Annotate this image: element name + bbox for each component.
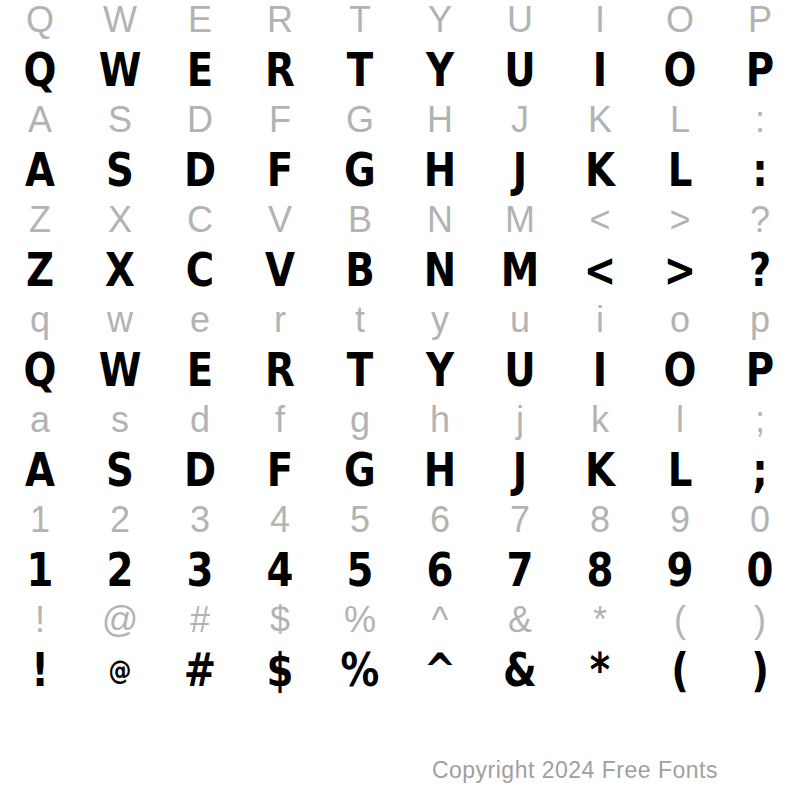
reference-char: Q: [0, 0, 80, 40]
reference-char: 2: [80, 500, 160, 540]
reference-char: 4: [240, 500, 320, 540]
reference-char: #: [160, 600, 240, 640]
sample-char: &: [485, 639, 555, 701]
reference-char: u: [480, 300, 560, 340]
reference-char: :: [720, 100, 800, 140]
sample-char: 9: [645, 539, 715, 601]
sample-char: Z: [5, 239, 75, 301]
sample-char: $: [245, 639, 315, 701]
sample-char: Y: [405, 39, 475, 101]
sample-char: F: [245, 439, 315, 501]
reference-char: E: [160, 0, 240, 40]
sample-char: H: [405, 439, 475, 501]
reference-char: ^: [400, 600, 480, 640]
reference-char: 8: [560, 500, 640, 540]
sample-char: (: [645, 639, 715, 701]
reference-char: 7: [480, 500, 560, 540]
sample-char: J: [485, 139, 555, 201]
reference-char: j: [480, 400, 560, 440]
reference-char: B: [320, 200, 400, 240]
reference-char: Y: [400, 0, 480, 40]
sample-char: M: [485, 239, 555, 301]
sample-char: 7: [485, 539, 555, 601]
sample-char: D: [165, 439, 235, 501]
sample-char: H: [405, 139, 475, 201]
reference-char: %: [320, 600, 400, 640]
sample-char: R: [245, 339, 315, 401]
reference-char: A: [0, 100, 80, 140]
sample-char: Y: [405, 339, 475, 401]
sample-char: P: [725, 39, 795, 101]
sample-char: T: [325, 39, 395, 101]
sample-char: 4: [245, 539, 315, 601]
reference-char: 9: [640, 500, 720, 540]
sample-char: O: [645, 39, 715, 101]
reference-char: p: [720, 300, 800, 340]
sample-char: P: [725, 339, 795, 401]
reference-char: F: [240, 100, 320, 140]
reference-char: T: [320, 0, 400, 40]
reference-char: K: [560, 100, 640, 140]
sample-char: I: [565, 39, 635, 101]
reference-char: w: [80, 300, 160, 340]
copyright-text: Copyright 2024 Free Fonts: [432, 757, 718, 784]
sample-char: R: [245, 39, 315, 101]
reference-char: L: [640, 100, 720, 140]
reference-char: (: [640, 600, 720, 640]
reference-char: J: [480, 100, 560, 140]
sample-char: !: [5, 639, 75, 701]
reference-char: $: [240, 600, 320, 640]
sample-char: E: [165, 39, 235, 101]
reference-char: 6: [400, 500, 480, 540]
sample-char: ?: [725, 239, 795, 301]
reference-char: W: [80, 0, 160, 40]
sample-char: Q: [5, 339, 75, 401]
sample-char: T: [325, 339, 395, 401]
reference-char: r: [240, 300, 320, 340]
reference-char: !: [0, 600, 80, 640]
sample-char: #: [165, 639, 235, 701]
reference-char: G: [320, 100, 400, 140]
sample-char: K: [565, 139, 635, 201]
sample-char: K: [565, 439, 635, 501]
sample-char: S: [85, 139, 155, 201]
sample-char: :: [725, 139, 795, 201]
sample-char: A: [5, 139, 75, 201]
reference-char: q: [0, 300, 80, 340]
reference-char: k: [560, 400, 640, 440]
sample-char: 2: [85, 539, 155, 601]
reference-char: a: [0, 400, 80, 440]
sample-char: 6: [405, 539, 475, 601]
sample-char: 1: [5, 539, 75, 601]
reference-char: X: [80, 200, 160, 240]
reference-char: N: [400, 200, 480, 240]
sample-char: S: [85, 439, 155, 501]
sample-char: <: [565, 239, 635, 301]
reference-char: C: [160, 200, 240, 240]
sample-char: L: [645, 139, 715, 201]
reference-char: d: [160, 400, 240, 440]
sample-char: G: [325, 139, 395, 201]
reference-char: S: [80, 100, 160, 140]
reference-char: t: [320, 300, 400, 340]
reference-char: 5: [320, 500, 400, 540]
sample-char: O: [645, 339, 715, 401]
reference-char: f: [240, 400, 320, 440]
reference-char: R: [240, 0, 320, 40]
reference-char: 1: [0, 500, 80, 540]
sample-char: I: [565, 339, 635, 401]
sample-char: G: [325, 439, 395, 501]
reference-char: D: [160, 100, 240, 140]
sample-char: ): [725, 639, 795, 701]
reference-char: M: [480, 200, 560, 240]
reference-char: H: [400, 100, 480, 140]
reference-char: I: [560, 0, 640, 40]
sample-char: X: [85, 239, 155, 301]
sample-char: J: [485, 439, 555, 501]
reference-char: @: [80, 600, 160, 640]
sample-char: D: [165, 139, 235, 201]
sample-char: 5: [325, 539, 395, 601]
reference-char: O: [640, 0, 720, 40]
sample-char: ^: [405, 639, 475, 701]
reference-char: s: [80, 400, 160, 440]
character-grid: QWERTYUIOPQWERTYUIOPASDFGHJKL:ASDFGHJKL:…: [0, 0, 800, 700]
reference-char: ): [720, 600, 800, 640]
sample-char: @: [85, 639, 155, 701]
reference-char: e: [160, 300, 240, 340]
reference-char: V: [240, 200, 320, 240]
reference-char: >: [640, 200, 720, 240]
reference-char: Z: [0, 200, 80, 240]
sample-char: U: [485, 39, 555, 101]
reference-char: U: [480, 0, 560, 40]
sample-char: B: [325, 239, 395, 301]
reference-char: P: [720, 0, 800, 40]
sample-char: 0: [725, 539, 795, 601]
sample-char: %: [325, 639, 395, 701]
reference-char: &: [480, 600, 560, 640]
sample-char: 3: [165, 539, 235, 601]
reference-char: 3: [160, 500, 240, 540]
reference-char: y: [400, 300, 480, 340]
reference-char: ;: [720, 400, 800, 440]
sample-char: A: [5, 439, 75, 501]
sample-char: L: [645, 439, 715, 501]
sample-char: N: [405, 239, 475, 301]
sample-char: ;: [725, 439, 795, 501]
reference-char: g: [320, 400, 400, 440]
reference-char: i: [560, 300, 640, 340]
sample-char: Q: [5, 39, 75, 101]
sample-char: U: [485, 339, 555, 401]
reference-char: h: [400, 400, 480, 440]
reference-char: 0: [720, 500, 800, 540]
sample-char: W: [85, 39, 155, 101]
sample-char: >: [645, 239, 715, 301]
reference-char: l: [640, 400, 720, 440]
sample-char: *: [565, 639, 635, 701]
sample-char: V: [245, 239, 315, 301]
sample-char: F: [245, 139, 315, 201]
font-specimen-sheet: QWERTYUIOPQWERTYUIOPASDFGHJKL:ASDFGHJKL:…: [0, 0, 800, 800]
reference-char: *: [560, 600, 640, 640]
sample-char: W: [85, 339, 155, 401]
reference-char: <: [560, 200, 640, 240]
reference-char: o: [640, 300, 720, 340]
sample-char: 8: [565, 539, 635, 601]
reference-char: ?: [720, 200, 800, 240]
sample-char: E: [165, 339, 235, 401]
sample-char: C: [165, 239, 235, 301]
